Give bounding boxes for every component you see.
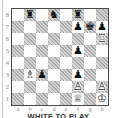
black-king: ♚ xyxy=(85,21,95,33)
square-e8[interactable] xyxy=(60,9,72,21)
rank-label-5: 5 xyxy=(0,45,9,57)
square-b8[interactable]: ♜ xyxy=(24,9,36,21)
square-a3[interactable] xyxy=(12,69,24,81)
file-label-e: e xyxy=(60,105,72,112)
square-e1[interactable] xyxy=(60,93,72,105)
square-d6[interactable] xyxy=(48,33,60,45)
square-h7[interactable]: ♟ xyxy=(96,21,108,33)
square-f7[interactable]: ♟ xyxy=(72,21,84,33)
black-pawn: ♟ xyxy=(37,69,47,81)
square-e5[interactable] xyxy=(60,45,72,57)
square-a6[interactable] xyxy=(12,33,24,45)
file-label-h: h xyxy=(96,105,108,112)
square-a7[interactable] xyxy=(12,21,24,33)
rank-label-1: 1 xyxy=(0,93,9,105)
square-b7[interactable] xyxy=(24,21,36,33)
square-h8[interactable] xyxy=(96,9,108,21)
black-knight: ♞ xyxy=(49,9,59,21)
square-g8[interactable] xyxy=(84,9,96,21)
file-label-f: f xyxy=(72,105,84,112)
square-c3[interactable]: ♟ xyxy=(36,69,48,81)
square-e6[interactable] xyxy=(60,33,72,45)
square-d1[interactable] xyxy=(48,93,60,105)
square-f5[interactable]: ♟ xyxy=(72,45,84,57)
square-e2[interactable] xyxy=(60,81,72,93)
square-f6[interactable] xyxy=(72,33,84,45)
square-f3[interactable]: ♟ xyxy=(72,69,84,81)
square-g7[interactable]: ♚ xyxy=(84,21,96,33)
square-c1[interactable] xyxy=(36,93,48,105)
square-d3[interactable] xyxy=(48,69,60,81)
black-pawn: ♟ xyxy=(73,21,83,33)
square-c2[interactable] xyxy=(36,81,48,93)
square-a1[interactable] xyxy=(12,93,24,105)
black-rook: ♜ xyxy=(25,9,35,21)
chess-board: ♜♞♜♟♚♟♖♟♗♟♟♙♙♕♔ xyxy=(11,8,109,106)
side-to-move-caption: WHITE TO PLAY xyxy=(0,112,117,118)
square-d8[interactable]: ♞ xyxy=(48,9,60,21)
square-d7[interactable] xyxy=(48,21,60,33)
white-bishop: ♗ xyxy=(25,69,35,81)
rank-label-8: 8 xyxy=(0,9,9,21)
square-g1[interactable] xyxy=(84,93,96,105)
white-queen: ♕ xyxy=(73,93,83,105)
square-c7[interactable] xyxy=(36,21,48,33)
rank-label-2: 2 xyxy=(0,81,9,93)
white-rook: ♖ xyxy=(97,33,107,45)
square-b1[interactable] xyxy=(24,93,36,105)
black-rook: ♜ xyxy=(73,9,83,21)
file-label-b: b xyxy=(24,105,36,112)
rank-label-3: 3 xyxy=(0,69,9,81)
square-f1[interactable]: ♕ xyxy=(72,93,84,105)
square-c8[interactable] xyxy=(36,9,48,21)
square-b5[interactable] xyxy=(24,45,36,57)
black-pawn: ♟ xyxy=(73,45,83,57)
square-a4[interactable] xyxy=(12,57,24,69)
rank-label-6: 6 xyxy=(0,33,9,45)
rank-label-7: 7 xyxy=(0,21,9,33)
square-a8[interactable] xyxy=(12,9,24,21)
white-king: ♔ xyxy=(97,93,107,105)
square-f8[interactable]: ♜ xyxy=(72,9,84,21)
file-label-c: c xyxy=(36,105,48,112)
white-pawn: ♙ xyxy=(73,81,83,93)
square-e3[interactable] xyxy=(60,69,72,81)
square-g6[interactable] xyxy=(84,33,96,45)
square-e7[interactable] xyxy=(60,21,72,33)
rank-label-4: 4 xyxy=(0,57,9,69)
file-label-g: g xyxy=(84,105,96,112)
square-h5[interactable] xyxy=(96,45,108,57)
square-c5[interactable] xyxy=(36,45,48,57)
rank-labels: 87654321 xyxy=(0,9,9,105)
square-b4[interactable] xyxy=(24,57,36,69)
square-g5[interactable] xyxy=(84,45,96,57)
square-g2[interactable] xyxy=(84,81,96,93)
square-h3[interactable] xyxy=(96,69,108,81)
square-a5[interactable] xyxy=(12,45,24,57)
square-c6[interactable] xyxy=(36,33,48,45)
file-label-d: d xyxy=(48,105,60,112)
square-e4[interactable] xyxy=(60,57,72,69)
square-h6[interactable]: ♖ xyxy=(96,33,108,45)
square-d2[interactable] xyxy=(48,81,60,93)
square-g3[interactable] xyxy=(84,69,96,81)
square-g4[interactable] xyxy=(84,57,96,69)
square-h1[interactable]: ♔ xyxy=(96,93,108,105)
square-b2[interactable] xyxy=(24,81,36,93)
square-h4[interactable] xyxy=(96,57,108,69)
square-b6[interactable] xyxy=(24,33,36,45)
white-pawn: ♙ xyxy=(97,81,107,93)
square-b3[interactable]: ♗ xyxy=(24,69,36,81)
file-label-a: a xyxy=(12,105,24,112)
black-pawn: ♟ xyxy=(73,69,83,81)
square-c4[interactable] xyxy=(36,57,48,69)
square-f2[interactable]: ♙ xyxy=(72,81,84,93)
square-d4[interactable] xyxy=(48,57,60,69)
square-f4[interactable] xyxy=(72,57,84,69)
black-pawn: ♟ xyxy=(97,21,107,33)
square-h2[interactable]: ♙ xyxy=(96,81,108,93)
square-a2[interactable] xyxy=(12,81,24,93)
square-d5[interactable] xyxy=(48,45,60,57)
file-labels: abcdefgh xyxy=(12,105,108,112)
